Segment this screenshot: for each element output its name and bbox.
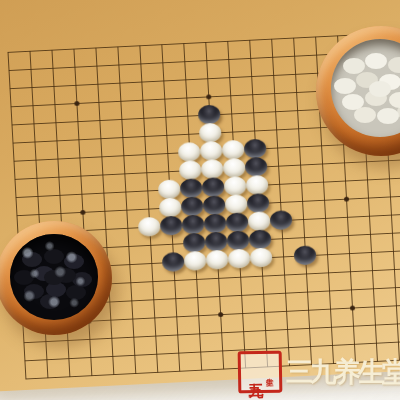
white-stone[interactable] — [159, 197, 182, 217]
stone-glints — [10, 234, 98, 320]
black-stone[interactable] — [202, 177, 225, 197]
black-stones-bowl[interactable] — [0, 221, 112, 335]
black-stone[interactable] — [183, 233, 206, 253]
star-point — [344, 197, 349, 202]
white-stone[interactable] — [138, 217, 161, 237]
white-stone[interactable] — [201, 159, 224, 179]
white-stone[interactable] — [222, 140, 245, 160]
white-stone[interactable] — [178, 142, 201, 162]
white-stone[interactable] — [179, 160, 202, 180]
black-stone[interactable] — [247, 193, 270, 213]
white-stone[interactable] — [248, 211, 271, 231]
star-point — [80, 210, 85, 215]
white-stone[interactable] — [206, 250, 229, 270]
black-stone[interactable] — [294, 245, 317, 265]
watermark-seal: 三九 养生堂 — [238, 351, 283, 394]
black-stone[interactable] — [226, 212, 249, 232]
star-point — [206, 94, 211, 99]
white-stone[interactable] — [246, 175, 269, 195]
black-stone[interactable] — [205, 232, 228, 252]
white-stone[interactable] — [184, 251, 207, 271]
black-stone[interactable] — [182, 214, 205, 234]
black-stone[interactable] — [180, 178, 203, 198]
black-stone[interactable] — [244, 139, 267, 159]
black-stone[interactable] — [198, 104, 221, 124]
star-point — [218, 312, 223, 317]
go-photo-scene: 三九 养生堂 三九养生堂 — [0, 0, 400, 400]
black-stone[interactable] — [270, 210, 293, 230]
black-stone[interactable] — [181, 196, 204, 216]
watermark: 三九 养生堂 三九养生堂 — [238, 348, 400, 396]
black-stone[interactable] — [204, 213, 227, 233]
black-stone[interactable] — [203, 195, 226, 215]
black-stone[interactable] — [245, 157, 268, 177]
black-stone[interactable] — [160, 216, 183, 236]
star-point — [74, 101, 79, 106]
white-stone[interactable] — [225, 194, 248, 214]
black-stone[interactable] — [249, 229, 272, 249]
star-point — [350, 306, 355, 311]
white-stone[interactable] — [224, 176, 247, 196]
bowl-opening — [10, 234, 98, 320]
white-stone[interactable] — [250, 247, 273, 267]
bowl-stones-white — [369, 81, 391, 97]
white-stone[interactable] — [158, 179, 181, 199]
black-stone[interactable] — [162, 252, 185, 272]
white-stone[interactable] — [228, 249, 251, 269]
watermark-text: 三九养生堂 — [286, 354, 400, 390]
white-stone[interactable] — [200, 141, 223, 161]
white-stone[interactable] — [223, 158, 246, 178]
black-stone[interactable] — [227, 230, 250, 250]
white-stone[interactable] — [199, 123, 222, 143]
